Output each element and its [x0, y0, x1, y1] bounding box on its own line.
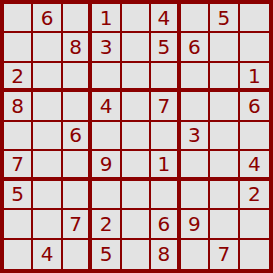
empty-cell-r1c1[interactable]: [4, 4, 33, 33]
given-cell-r3c9: 1: [240, 63, 269, 92]
empty-cell-r5c9[interactable]: [240, 122, 269, 151]
given-cell-r6c4: 9: [92, 151, 121, 180]
given-cell-r1c6: 4: [151, 4, 180, 33]
empty-cell-r5c2[interactable]: [33, 122, 62, 151]
given-cell-r2c7: 6: [181, 33, 210, 62]
empty-cell-r5c8[interactable]: [210, 122, 239, 151]
given-cell-r4c9: 6: [240, 92, 269, 121]
given-cell-r9c2: 4: [33, 240, 62, 269]
empty-cell-r3c5[interactable]: [122, 63, 151, 92]
empty-cell-r7c2[interactable]: [33, 181, 62, 210]
empty-cell-r2c2[interactable]: [33, 33, 62, 62]
given-cell-r7c1: 5: [4, 181, 33, 210]
empty-cell-r2c8[interactable]: [210, 33, 239, 62]
empty-cell-r6c7[interactable]: [181, 151, 210, 180]
empty-cell-r2c1[interactable]: [4, 33, 33, 62]
empty-cell-r5c1[interactable]: [4, 122, 33, 151]
given-cell-r2c4: 3: [92, 33, 121, 62]
empty-cell-r8c8[interactable]: [210, 210, 239, 239]
empty-cell-r7c4[interactable]: [92, 181, 121, 210]
empty-cell-r3c6[interactable]: [151, 63, 180, 92]
empty-cell-r9c7[interactable]: [181, 240, 210, 269]
given-cell-r7c9: 2: [240, 181, 269, 210]
empty-cell-r7c8[interactable]: [210, 181, 239, 210]
empty-cell-r3c3[interactable]: [63, 63, 92, 92]
given-cell-r1c8: 5: [210, 4, 239, 33]
given-cell-r3c1: 2: [4, 63, 33, 92]
empty-cell-r5c5[interactable]: [122, 122, 151, 151]
given-cell-r6c1: 7: [4, 151, 33, 180]
sudoku-board: 614583562184766379145272694587: [0, 0, 273, 273]
empty-cell-r3c2[interactable]: [33, 63, 62, 92]
empty-cell-r4c8[interactable]: [210, 92, 239, 121]
given-cell-r4c6: 7: [151, 92, 180, 121]
empty-cell-r9c5[interactable]: [122, 240, 151, 269]
given-cell-r6c9: 4: [240, 151, 269, 180]
empty-cell-r7c5[interactable]: [122, 181, 151, 210]
empty-cell-r9c1[interactable]: [4, 240, 33, 269]
empty-cell-r8c2[interactable]: [33, 210, 62, 239]
empty-cell-r3c4[interactable]: [92, 63, 121, 92]
empty-cell-r1c3[interactable]: [63, 4, 92, 33]
empty-cell-r9c3[interactable]: [63, 240, 92, 269]
empty-cell-r7c3[interactable]: [63, 181, 92, 210]
given-cell-r2c6: 5: [151, 33, 180, 62]
empty-cell-r2c5[interactable]: [122, 33, 151, 62]
empty-cell-r8c5[interactable]: [122, 210, 151, 239]
empty-cell-r4c3[interactable]: [63, 92, 92, 121]
empty-cell-r7c7[interactable]: [181, 181, 210, 210]
empty-cell-r3c7[interactable]: [181, 63, 210, 92]
given-cell-r9c4: 5: [92, 240, 121, 269]
empty-cell-r1c9[interactable]: [240, 4, 269, 33]
empty-cell-r7c6[interactable]: [151, 181, 180, 210]
empty-cell-r4c2[interactable]: [33, 92, 62, 121]
empty-cell-r1c5[interactable]: [122, 4, 151, 33]
empty-cell-r2c9[interactable]: [240, 33, 269, 62]
given-cell-r8c3: 7: [63, 210, 92, 239]
given-cell-r9c6: 8: [151, 240, 180, 269]
given-cell-r5c3: 6: [63, 122, 92, 151]
empty-cell-r1c7[interactable]: [181, 4, 210, 33]
empty-cell-r5c6[interactable]: [151, 122, 180, 151]
empty-cell-r8c1[interactable]: [4, 210, 33, 239]
empty-cell-r3c8[interactable]: [210, 63, 239, 92]
given-cell-r8c7: 9: [181, 210, 210, 239]
empty-cell-r8c9[interactable]: [240, 210, 269, 239]
empty-cell-r4c7[interactable]: [181, 92, 210, 121]
empty-cell-r9c9[interactable]: [240, 240, 269, 269]
empty-cell-r6c5[interactable]: [122, 151, 151, 180]
given-cell-r5c7: 3: [181, 122, 210, 151]
empty-cell-r5c4[interactable]: [92, 122, 121, 151]
given-cell-r1c4: 1: [92, 4, 121, 33]
given-cell-r4c1: 8: [4, 92, 33, 121]
empty-cell-r4c5[interactable]: [122, 92, 151, 121]
empty-cell-r6c2[interactable]: [33, 151, 62, 180]
given-cell-r4c4: 4: [92, 92, 121, 121]
given-cell-r9c8: 7: [210, 240, 239, 269]
empty-cell-r6c3[interactable]: [63, 151, 92, 180]
empty-cell-r6c8[interactable]: [210, 151, 239, 180]
given-cell-r2c3: 8: [63, 33, 92, 62]
given-cell-r6c6: 1: [151, 151, 180, 180]
given-cell-r8c6: 6: [151, 210, 180, 239]
given-cell-r1c2: 6: [33, 4, 62, 33]
given-cell-r8c4: 2: [92, 210, 121, 239]
